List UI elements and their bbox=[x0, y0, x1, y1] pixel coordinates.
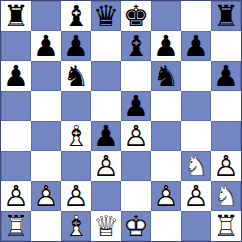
square-b6[interactable] bbox=[31, 61, 61, 91]
square-f7[interactable] bbox=[151, 31, 181, 61]
chess-board bbox=[1, 1, 241, 241]
piece-white-pawn bbox=[151, 181, 181, 211]
square-b4[interactable] bbox=[31, 121, 61, 151]
square-e8[interactable] bbox=[121, 1, 151, 31]
piece-white-bishop bbox=[61, 121, 91, 151]
square-h4[interactable] bbox=[211, 121, 241, 151]
piece-white-pawn bbox=[61, 181, 91, 211]
piece-black-queen bbox=[91, 1, 121, 31]
square-f1[interactable] bbox=[151, 211, 181, 241]
piece-black-pawn bbox=[61, 31, 91, 61]
square-h7[interactable] bbox=[211, 31, 241, 61]
square-e3[interactable] bbox=[121, 151, 151, 181]
square-b7[interactable] bbox=[31, 31, 61, 61]
square-f2[interactable] bbox=[151, 181, 181, 211]
square-c7[interactable] bbox=[61, 31, 91, 61]
square-b1[interactable] bbox=[31, 211, 61, 241]
square-a3[interactable] bbox=[1, 151, 31, 181]
square-d7[interactable] bbox=[91, 31, 121, 61]
square-h2[interactable] bbox=[211, 181, 241, 211]
piece-black-king bbox=[121, 1, 151, 31]
square-d3[interactable] bbox=[91, 151, 121, 181]
square-a2[interactable] bbox=[1, 181, 31, 211]
square-b8[interactable] bbox=[31, 1, 61, 31]
square-c8[interactable] bbox=[61, 1, 91, 31]
square-g6[interactable] bbox=[181, 61, 211, 91]
square-g4[interactable] bbox=[181, 121, 211, 151]
square-g7[interactable] bbox=[181, 31, 211, 61]
square-e1[interactable] bbox=[121, 211, 151, 241]
square-d8[interactable] bbox=[91, 1, 121, 31]
square-h6[interactable] bbox=[211, 61, 241, 91]
piece-white-pawn bbox=[31, 181, 61, 211]
piece-white-pawn bbox=[1, 181, 31, 211]
piece-black-rook bbox=[211, 1, 241, 31]
square-c1[interactable] bbox=[61, 211, 91, 241]
chess-board-frame bbox=[0, 0, 242, 242]
square-e6[interactable] bbox=[121, 61, 151, 91]
square-a4[interactable] bbox=[1, 121, 31, 151]
square-g8[interactable] bbox=[181, 1, 211, 31]
piece-white-king bbox=[121, 211, 151, 241]
square-b3[interactable] bbox=[31, 151, 61, 181]
square-a5[interactable] bbox=[1, 91, 31, 121]
piece-white-pawn bbox=[211, 151, 241, 181]
piece-black-rook bbox=[1, 1, 31, 31]
square-e7[interactable] bbox=[121, 31, 151, 61]
square-e5[interactable] bbox=[121, 91, 151, 121]
square-d4[interactable] bbox=[91, 121, 121, 151]
piece-white-rook bbox=[211, 211, 241, 241]
square-e4[interactable] bbox=[121, 121, 151, 151]
square-f4[interactable] bbox=[151, 121, 181, 151]
piece-black-knight bbox=[151, 61, 181, 91]
square-f5[interactable] bbox=[151, 91, 181, 121]
square-h1[interactable] bbox=[211, 211, 241, 241]
piece-black-knight bbox=[61, 61, 91, 91]
piece-black-pawn bbox=[121, 91, 151, 121]
piece-white-pawn bbox=[91, 151, 121, 181]
square-d2[interactable] bbox=[91, 181, 121, 211]
square-f3[interactable] bbox=[151, 151, 181, 181]
square-c2[interactable] bbox=[61, 181, 91, 211]
piece-white-queen bbox=[91, 211, 121, 241]
piece-black-pawn bbox=[1, 61, 31, 91]
square-c3[interactable] bbox=[61, 151, 91, 181]
square-d5[interactable] bbox=[91, 91, 121, 121]
square-a1[interactable] bbox=[1, 211, 31, 241]
piece-black-pawn bbox=[181, 31, 211, 61]
square-c4[interactable] bbox=[61, 121, 91, 151]
piece-black-pawn bbox=[31, 31, 61, 61]
square-c6[interactable] bbox=[61, 61, 91, 91]
square-h5[interactable] bbox=[211, 91, 241, 121]
square-g2[interactable] bbox=[181, 181, 211, 211]
piece-black-pawn bbox=[91, 121, 121, 151]
square-e2[interactable] bbox=[121, 181, 151, 211]
piece-black-pawn bbox=[151, 31, 181, 61]
square-b5[interactable] bbox=[31, 91, 61, 121]
square-a8[interactable] bbox=[1, 1, 31, 31]
square-a7[interactable] bbox=[1, 31, 31, 61]
piece-white-bishop bbox=[61, 211, 91, 241]
piece-black-pawn bbox=[211, 61, 241, 91]
square-g1[interactable] bbox=[181, 211, 211, 241]
piece-white-knight bbox=[181, 151, 211, 181]
square-b2[interactable] bbox=[31, 181, 61, 211]
square-a6[interactable] bbox=[1, 61, 31, 91]
piece-white-rook bbox=[1, 211, 31, 241]
piece-white-pawn bbox=[121, 121, 151, 151]
square-d1[interactable] bbox=[91, 211, 121, 241]
square-g5[interactable] bbox=[181, 91, 211, 121]
piece-black-bishop bbox=[61, 1, 91, 31]
piece-black-bishop bbox=[121, 31, 151, 61]
square-c5[interactable] bbox=[61, 91, 91, 121]
square-h3[interactable] bbox=[211, 151, 241, 181]
piece-white-pawn bbox=[181, 181, 211, 211]
square-f8[interactable] bbox=[151, 1, 181, 31]
piece-white-knight bbox=[211, 181, 241, 211]
square-h8[interactable] bbox=[211, 1, 241, 31]
square-g3[interactable] bbox=[181, 151, 211, 181]
square-f6[interactable] bbox=[151, 61, 181, 91]
square-d6[interactable] bbox=[91, 61, 121, 91]
